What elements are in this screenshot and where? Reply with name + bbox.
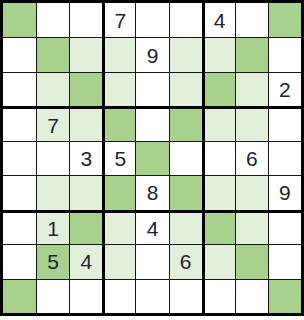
sudoku-cell-r5c7[interactable] bbox=[202, 141, 235, 175]
sudoku-cell-r3c2[interactable] bbox=[36, 72, 69, 106]
sudoku-cell-r2c1[interactable] bbox=[3, 37, 36, 71]
sudoku-cell-r2c3[interactable] bbox=[69, 37, 102, 71]
sudoku-cell-r2c2[interactable] bbox=[36, 37, 69, 71]
sudoku-cell-r6c8[interactable] bbox=[235, 175, 268, 209]
sudoku-cell-r5c5[interactable] bbox=[135, 141, 168, 175]
sudoku-cell-r1c9[interactable] bbox=[268, 3, 301, 37]
sudoku-cell-r1c2[interactable] bbox=[36, 3, 69, 37]
sudoku-cell-r2c9[interactable] bbox=[268, 37, 301, 71]
sudoku-cell-r9c6[interactable] bbox=[169, 279, 202, 313]
sudoku-cell-r8c7[interactable] bbox=[202, 244, 235, 278]
sudoku-cell-r9c8[interactable] bbox=[235, 279, 268, 313]
sudoku-cell-r8c8[interactable] bbox=[235, 244, 268, 278]
sudoku-cell-r7c7[interactable] bbox=[202, 210, 235, 244]
sudoku-cell-r6c5[interactable]: 8 bbox=[135, 175, 168, 209]
sudoku-cell-r2c7[interactable] bbox=[202, 37, 235, 71]
sudoku-cell-r8c9[interactable] bbox=[268, 244, 301, 278]
sudoku-cell-r1c4[interactable]: 7 bbox=[102, 3, 135, 37]
sudoku-cell-r9c7[interactable] bbox=[202, 279, 235, 313]
sudoku-cell-r5c8[interactable]: 6 bbox=[235, 141, 268, 175]
sudoku-cell-r6c6[interactable] bbox=[169, 175, 202, 209]
sudoku-cell-r8c3[interactable]: 4 bbox=[69, 244, 102, 278]
sudoku-cell-r4c7[interactable] bbox=[202, 106, 235, 140]
sudoku-cell-r7c1[interactable] bbox=[3, 210, 36, 244]
sudoku-cell-r7c5[interactable]: 4 bbox=[135, 210, 168, 244]
sudoku-cell-r9c1[interactable] bbox=[3, 279, 36, 313]
sudoku-cell-r4c3[interactable] bbox=[69, 106, 102, 140]
sudoku-cell-r6c3[interactable] bbox=[69, 175, 102, 209]
sudoku-cell-r8c4[interactable] bbox=[102, 244, 135, 278]
sudoku-cell-r3c5[interactable] bbox=[135, 72, 168, 106]
sudoku-cell-r9c2[interactable] bbox=[36, 279, 69, 313]
sudoku-cell-r7c9[interactable] bbox=[268, 210, 301, 244]
sudoku-cell-r9c9[interactable] bbox=[268, 279, 301, 313]
sudoku-cell-r9c4[interactable] bbox=[102, 279, 135, 313]
sudoku-cell-r8c1[interactable] bbox=[3, 244, 36, 278]
sudoku-cell-r3c4[interactable] bbox=[102, 72, 135, 106]
sudoku-cell-r9c3[interactable] bbox=[69, 279, 102, 313]
sudoku-cell-r9c5[interactable] bbox=[135, 279, 168, 313]
sudoku-cell-r8c6[interactable]: 6 bbox=[169, 244, 202, 278]
sudoku-cell-r6c9[interactable]: 9 bbox=[268, 175, 301, 209]
sudoku-cell-r1c5[interactable] bbox=[135, 3, 168, 37]
sudoku-cell-r8c2[interactable]: 5 bbox=[36, 244, 69, 278]
sudoku-page: 749273568914546 bbox=[0, 0, 304, 320]
sudoku-cell-r3c3[interactable] bbox=[69, 72, 102, 106]
sudoku-cell-r5c4[interactable]: 5 bbox=[102, 141, 135, 175]
sudoku-cell-r4c4[interactable] bbox=[102, 106, 135, 140]
sudoku-cell-r2c5[interactable]: 9 bbox=[135, 37, 168, 71]
sudoku-cell-r1c7[interactable]: 4 bbox=[202, 3, 235, 37]
sudoku-cell-r2c6[interactable] bbox=[169, 37, 202, 71]
sudoku-cell-r2c4[interactable] bbox=[102, 37, 135, 71]
sudoku-cell-r1c3[interactable] bbox=[69, 3, 102, 37]
sudoku-cell-r7c6[interactable] bbox=[169, 210, 202, 244]
sudoku-cell-r8c5[interactable] bbox=[135, 244, 168, 278]
sudoku-cell-r7c2[interactable]: 1 bbox=[36, 210, 69, 244]
sudoku-cell-r1c1[interactable] bbox=[3, 3, 36, 37]
sudoku-cell-r3c8[interactable] bbox=[235, 72, 268, 106]
sudoku-cell-r6c4[interactable] bbox=[102, 175, 135, 209]
sudoku-cell-r3c7[interactable] bbox=[202, 72, 235, 106]
sudoku-cell-r1c8[interactable] bbox=[235, 3, 268, 37]
sudoku-cell-r7c4[interactable] bbox=[102, 210, 135, 244]
sudoku-cell-r4c9[interactable] bbox=[268, 106, 301, 140]
sudoku-cell-r3c9[interactable]: 2 bbox=[268, 72, 301, 106]
sudoku-cell-r4c8[interactable] bbox=[235, 106, 268, 140]
sudoku-cell-r1c6[interactable] bbox=[169, 3, 202, 37]
sudoku-cell-r5c3[interactable]: 3 bbox=[69, 141, 102, 175]
sudoku-cell-r2c8[interactable] bbox=[235, 37, 268, 71]
sudoku-cell-r4c2[interactable]: 7 bbox=[36, 106, 69, 140]
sudoku-cell-r5c1[interactable] bbox=[3, 141, 36, 175]
sudoku-cell-r3c6[interactable] bbox=[169, 72, 202, 106]
sudoku-cell-r3c1[interactable] bbox=[3, 72, 36, 106]
sudoku-cell-r6c7[interactable] bbox=[202, 175, 235, 209]
sudoku-cell-r5c2[interactable] bbox=[36, 141, 69, 175]
sudoku-cell-r5c9[interactable] bbox=[268, 141, 301, 175]
sudoku-cell-r6c1[interactable] bbox=[3, 175, 36, 209]
sudoku-cell-r5c6[interactable] bbox=[169, 141, 202, 175]
sudoku-cell-r7c3[interactable] bbox=[69, 210, 102, 244]
sudoku-cell-r4c6[interactable] bbox=[169, 106, 202, 140]
sudoku-cell-r7c8[interactable] bbox=[235, 210, 268, 244]
sudoku-cell-r4c1[interactable] bbox=[3, 106, 36, 140]
sudoku-cell-r6c2[interactable] bbox=[36, 175, 69, 209]
sudoku-cell-r4c5[interactable] bbox=[135, 106, 168, 140]
sudoku-board: 749273568914546 bbox=[0, 0, 304, 316]
